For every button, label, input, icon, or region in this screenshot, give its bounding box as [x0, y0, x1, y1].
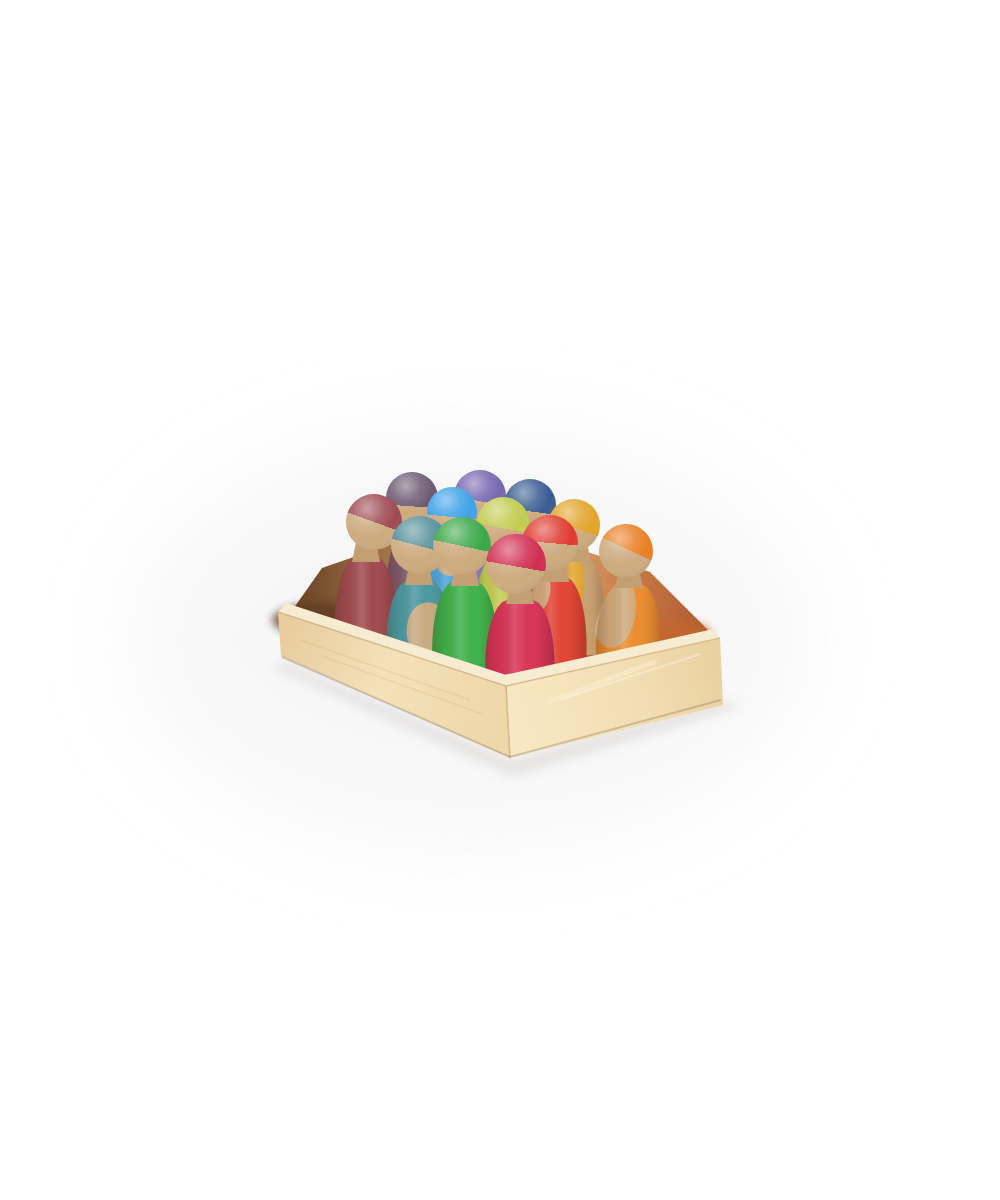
- doll-head-highlight: [486, 534, 546, 594]
- doll-head-highlight: [599, 524, 653, 578]
- product-photo-stage: [0, 0, 1000, 1200]
- scene: [0, 0, 1000, 1200]
- doll-head-highlight: [433, 517, 491, 575]
